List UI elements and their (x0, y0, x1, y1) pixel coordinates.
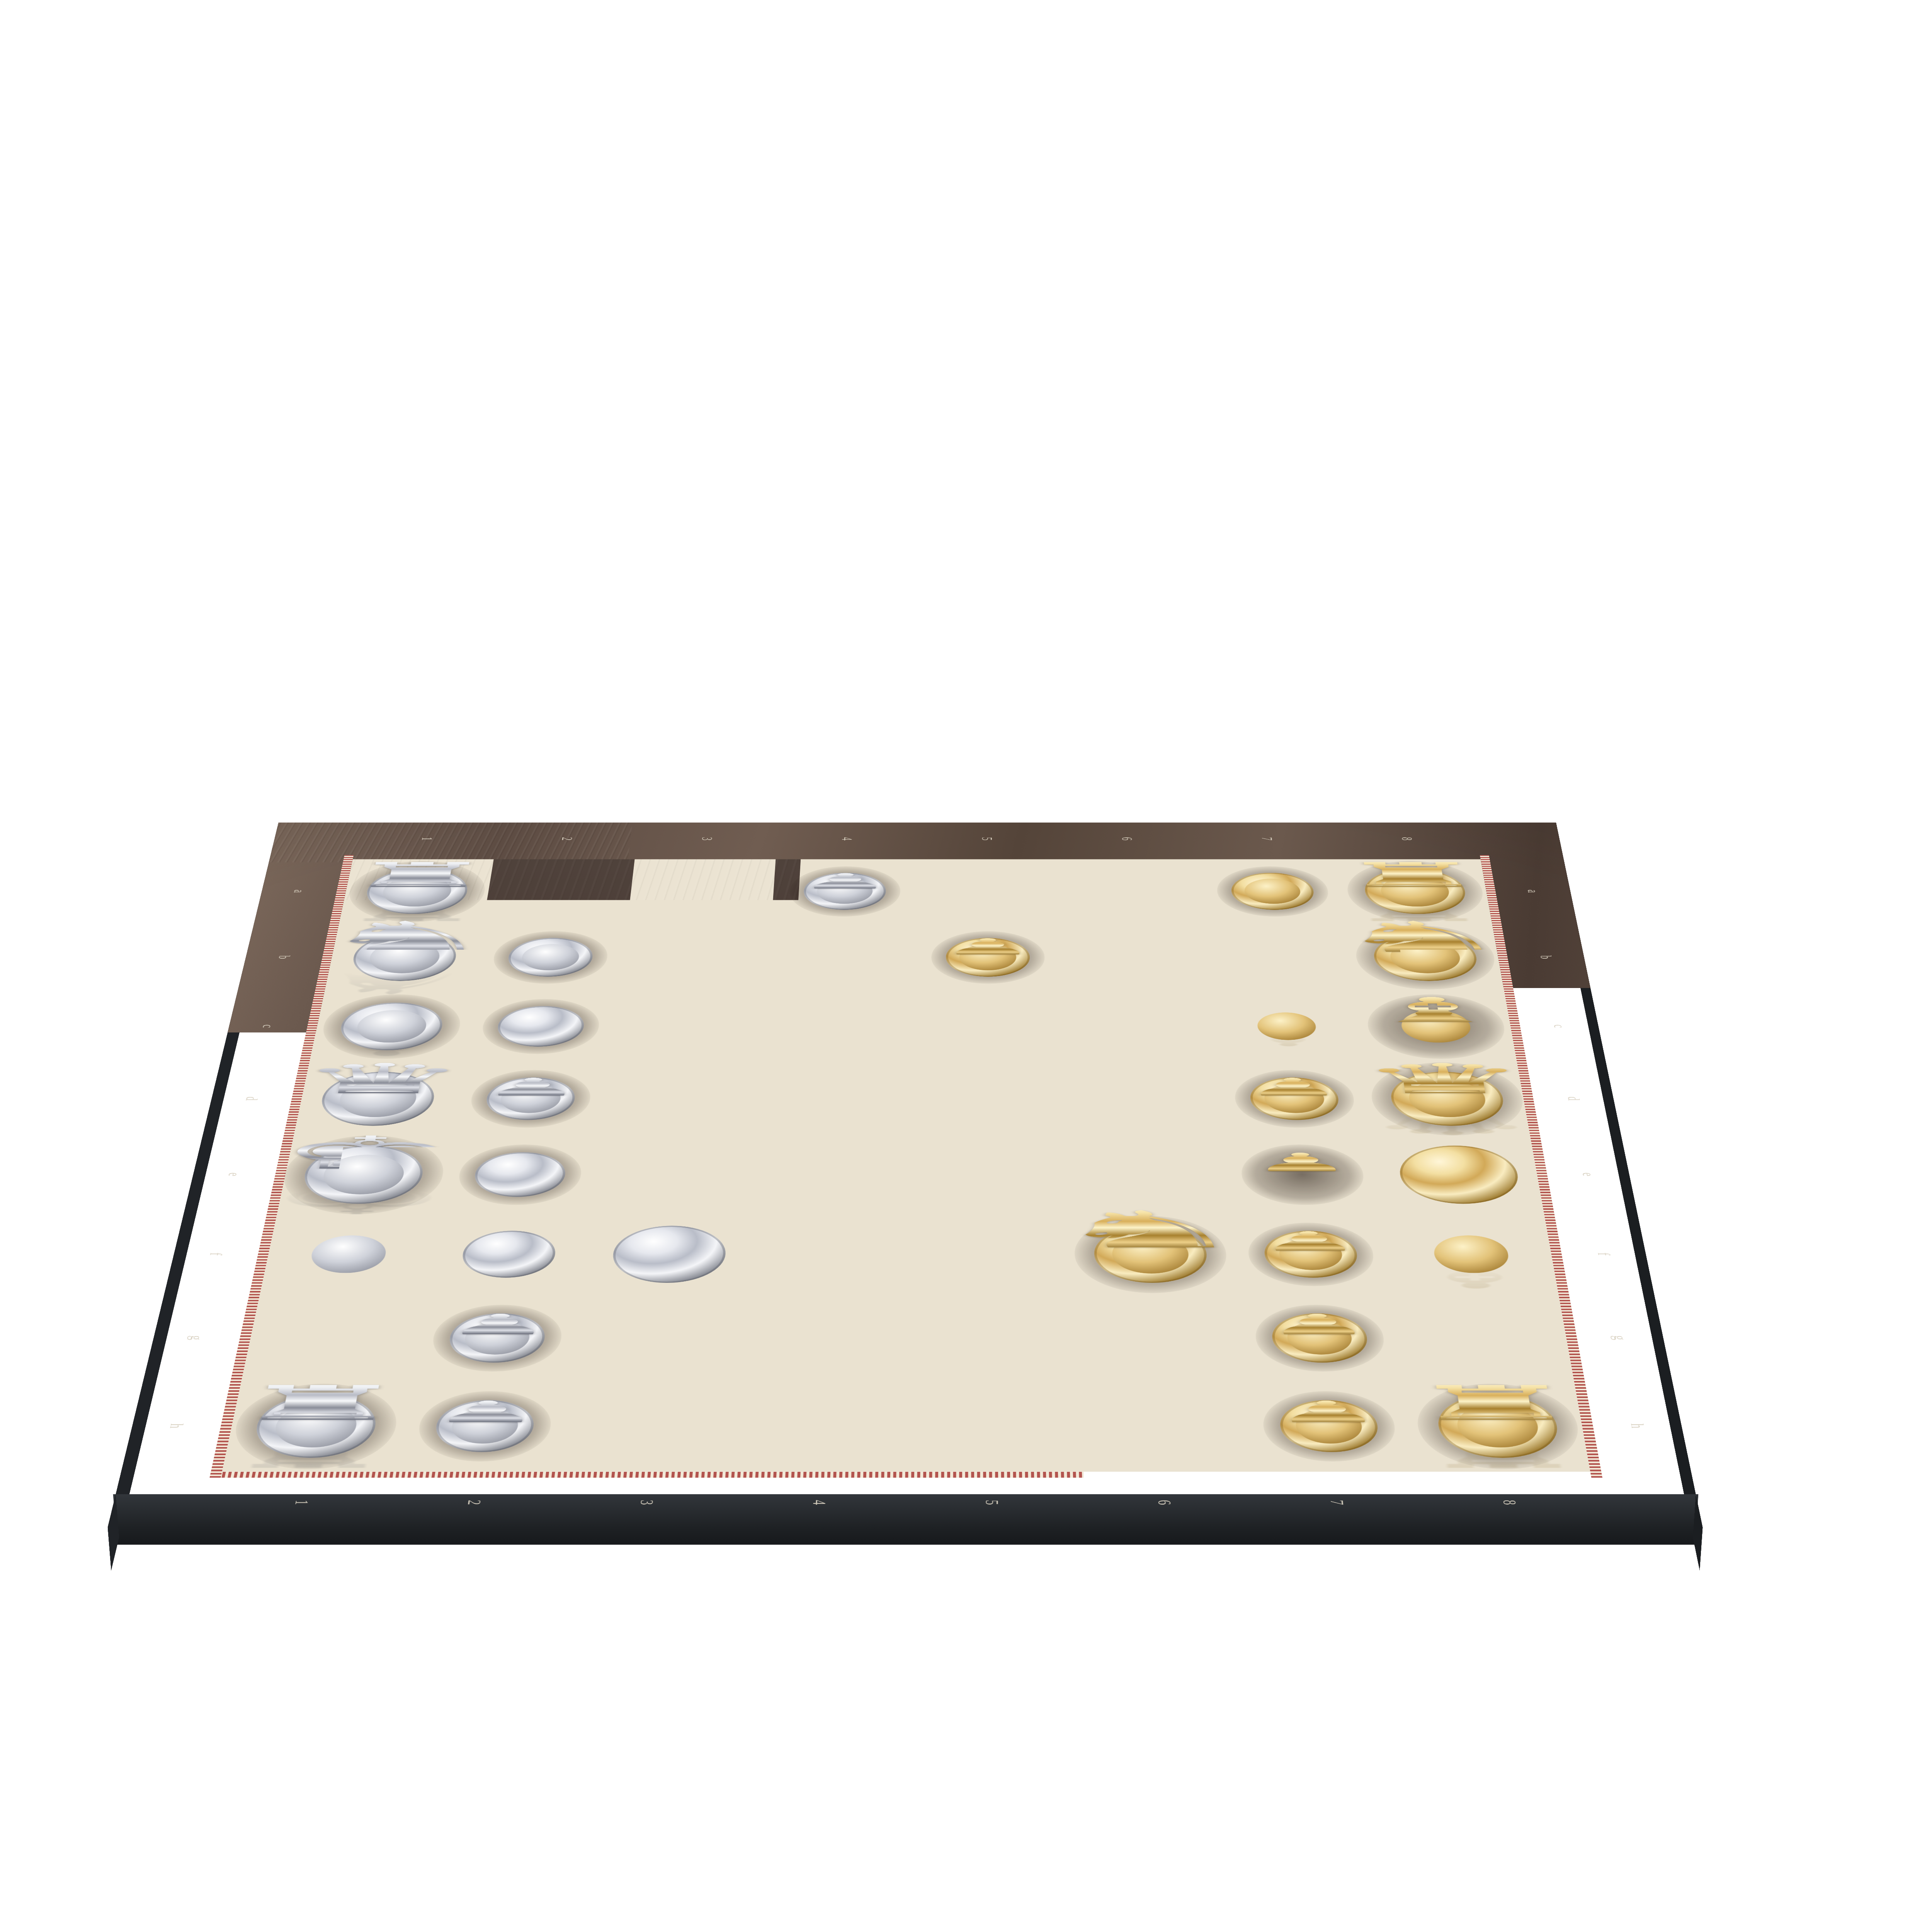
pawn-glyph: ♟ (738, 871, 952, 891)
rank-label-far-2: 2 (550, 832, 584, 846)
rank-label-far-8: 8 (1390, 832, 1424, 846)
square-h5[interactable] (906, 1381, 1077, 1472)
rank-label-far-3: 3 (690, 832, 723, 846)
square-g6[interactable] (1071, 1295, 1241, 1381)
rank-label-far-4: 4 (831, 832, 863, 846)
square-g1[interactable] (241, 1295, 422, 1381)
square-a3[interactable] (627, 859, 776, 924)
knight-glyph: ♞ (1311, 917, 1534, 957)
square-f8[interactable] (1386, 1214, 1559, 1295)
square-g8[interactable] (1396, 1295, 1574, 1381)
rook-glyph: ♜ (310, 859, 529, 891)
square-g5[interactable] (908, 1295, 1074, 1381)
square-f5[interactable] (909, 1214, 1071, 1295)
square-d5[interactable] (912, 1062, 1066, 1136)
square-a5[interactable] (915, 859, 1060, 924)
square-e4[interactable] (752, 1136, 912, 1214)
square-f4[interactable] (747, 1214, 911, 1295)
square-a6[interactable] (1058, 859, 1204, 924)
square-f2[interactable] (422, 1214, 594, 1295)
square-h7[interactable] (1241, 1381, 1419, 1472)
square-d3[interactable] (603, 1062, 762, 1136)
square-h4[interactable] (735, 1381, 908, 1472)
square-c3[interactable] (611, 991, 767, 1062)
square-e5[interactable] (911, 1136, 1069, 1214)
square-c6[interactable] (1062, 991, 1215, 1062)
square-f7[interactable] (1227, 1214, 1396, 1295)
square-f6[interactable] (1069, 1214, 1234, 1295)
pawn-glyph: ♟ (1164, 871, 1379, 891)
square-b3[interactable] (619, 924, 771, 992)
product-photo: 1122334455667788aabbccddeeffgghh ♜♜♟♟♜♜♟… (0, 0, 1932, 1932)
chess-board: 1122334455667788aabbccddeeffgghh ♜♜♟♟♜♜♟… (107, 823, 1702, 1527)
pawn-glyph: ♟ (416, 1076, 648, 1099)
square-h8[interactable] (1408, 1381, 1590, 1472)
rank-label-far-5: 5 (971, 832, 1003, 846)
square-c4[interactable] (762, 991, 915, 1062)
square-h2[interactable] (393, 1381, 575, 1472)
square-b6[interactable] (1060, 924, 1209, 992)
square-d6[interactable] (1064, 1062, 1221, 1136)
scene: 1122334455667788aabbccddeeffgghh ♜♜♟♟♜♜♟… (0, 0, 1932, 1932)
square-g4[interactable] (741, 1295, 909, 1381)
square-b4[interactable] (767, 924, 916, 992)
square-f1[interactable] (260, 1214, 435, 1295)
square-g2[interactable] (408, 1295, 585, 1381)
pawn-glyph: ♟ (1178, 1076, 1409, 1099)
square-d4[interactable] (757, 1062, 913, 1136)
rank-label-far-7: 7 (1250, 832, 1283, 846)
rank-label-far-6: 6 (1111, 832, 1143, 846)
square-g7[interactable] (1234, 1295, 1407, 1381)
square-f3[interactable] (584, 1214, 752, 1295)
square-h6[interactable] (1074, 1381, 1248, 1472)
square-c5[interactable] (913, 991, 1064, 1062)
rank-label-far-1: 1 (410, 832, 444, 846)
square-g3[interactable] (575, 1295, 747, 1381)
pawn-glyph: ♟ (879, 936, 1097, 957)
square-h3[interactable] (564, 1381, 741, 1472)
square-h1[interactable] (222, 1381, 408, 1472)
